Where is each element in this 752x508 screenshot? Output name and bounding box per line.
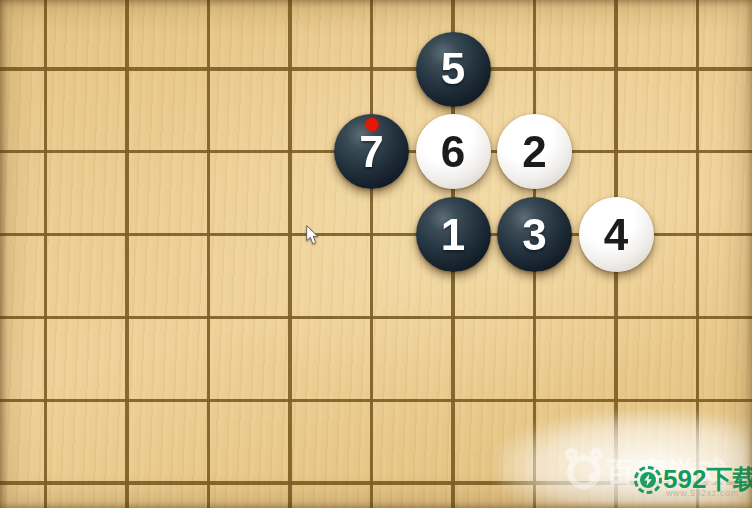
grid-line-vertical — [207, 0, 210, 508]
stone-number: 7 — [359, 130, 383, 174]
592-lightning-badge-icon — [634, 466, 662, 494]
grid-line-vertical — [370, 0, 373, 508]
stone-black-3: 3 — [497, 197, 572, 272]
gomoku-game-screen: 1234567 百度游戏 592下载 www.592xz.com — [0, 0, 752, 508]
stone-number: 4 — [604, 213, 628, 257]
mascot-head-icon — [567, 455, 601, 489]
mascot-dot-icon — [588, 473, 596, 481]
stone-number: 6 — [441, 130, 465, 174]
stone-white-4: 4 — [579, 197, 654, 272]
stone-number: 2 — [522, 130, 546, 174]
lightning-bolt-icon — [643, 474, 653, 486]
stone-white-2: 2 — [497, 114, 572, 189]
stone-number: 1 — [441, 213, 465, 257]
stone-number: 3 — [522, 213, 546, 257]
grid-line-vertical — [44, 0, 47, 508]
592-site-url: www.592xz.com — [666, 488, 739, 498]
stone-black-1: 1 — [416, 197, 491, 272]
grid-line-vertical — [125, 0, 128, 508]
last-move-marker — [365, 118, 378, 131]
lightning-disk-icon — [640, 472, 656, 488]
grid-line-horizontal — [0, 316, 752, 319]
mouse-cursor-icon — [306, 225, 319, 250]
grid-line-horizontal — [0, 399, 752, 402]
baidu-games-mascot-icon — [567, 449, 605, 491]
stone-white-6: 6 — [416, 114, 491, 189]
stone-number: 5 — [441, 47, 465, 91]
stone-black-7: 7 — [334, 114, 409, 189]
grid-line-vertical — [288, 0, 291, 508]
grid-line-horizontal — [0, 67, 752, 70]
stone-black-5: 5 — [416, 32, 491, 107]
